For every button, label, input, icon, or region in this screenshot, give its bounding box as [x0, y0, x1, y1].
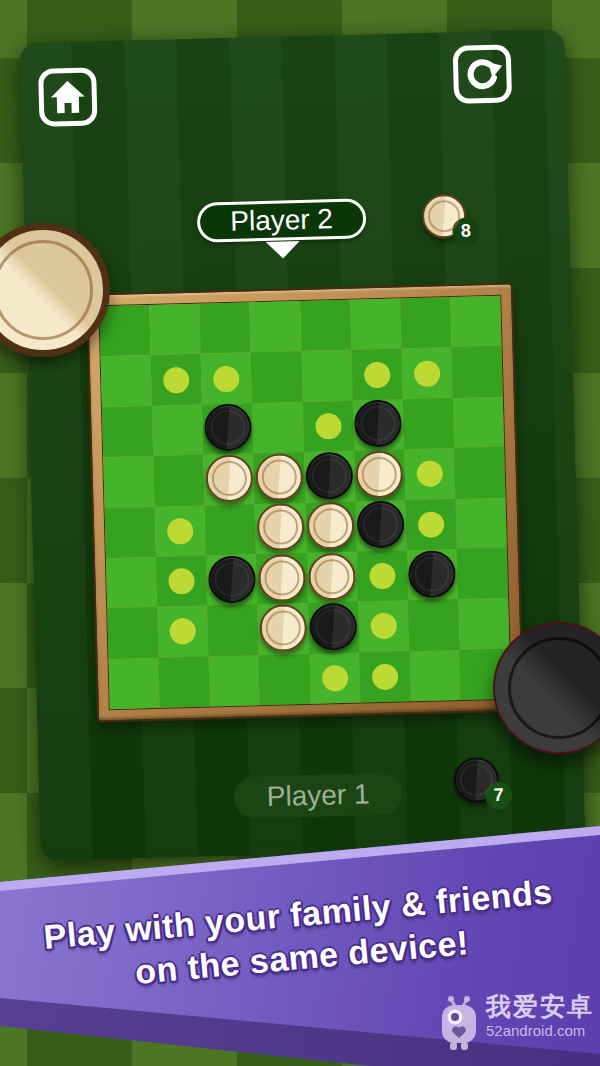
white-disc [258, 554, 306, 602]
board-cell[interactable] [101, 355, 152, 407]
white-disc [259, 604, 307, 652]
board-cell[interactable] [354, 449, 405, 501]
restart-button[interactable] [453, 44, 512, 103]
board-cell[interactable] [250, 301, 301, 353]
board-cell[interactable] [351, 349, 402, 401]
watermark: 我爱安卓 52android.com [438, 992, 594, 1052]
black-disc [354, 400, 402, 448]
board-cell[interactable] [255, 502, 306, 554]
board-cell[interactable] [356, 550, 407, 602]
white-disc [307, 502, 355, 550]
board-cell[interactable] [401, 347, 452, 399]
black-disc [208, 555, 256, 603]
black-disc [305, 452, 353, 500]
board-cell[interactable] [258, 603, 309, 655]
board-cell[interactable] [251, 351, 302, 403]
home-button[interactable] [38, 67, 97, 126]
home-icon [47, 78, 88, 117]
board-cell[interactable] [151, 354, 202, 406]
board-cell[interactable] [155, 505, 206, 557]
board-cell[interactable] [358, 601, 409, 653]
board-cell[interactable] [403, 398, 454, 450]
legal-move-dot[interactable] [213, 365, 240, 392]
board-cell[interactable] [359, 651, 410, 703]
board-cell[interactable] [300, 300, 351, 352]
board-cell[interactable] [206, 554, 257, 606]
watermark-title: 我爱安卓 [486, 992, 594, 1022]
board-cell[interactable] [305, 501, 356, 553]
board-cell[interactable] [254, 452, 305, 504]
board-cell[interactable] [458, 598, 509, 650]
legal-move-dot[interactable] [163, 367, 190, 394]
screen: { "game": "Othello / Reversi (two-player… [0, 0, 600, 1066]
legal-move-dot[interactable] [371, 663, 398, 690]
black-disc [408, 550, 456, 598]
legal-move-dot[interactable] [416, 461, 443, 488]
board-cell[interactable] [355, 500, 406, 552]
player2-score-badge: 8 [452, 217, 480, 245]
player1-score-disc: 7 [453, 757, 499, 803]
board-cell[interactable] [106, 557, 157, 609]
board-cell[interactable] [304, 451, 355, 503]
player1-score-badge: 7 [485, 782, 513, 810]
board-cell[interactable] [350, 298, 401, 350]
board-cell[interactable] [209, 655, 260, 707]
board-cell[interactable] [453, 396, 504, 448]
turn-pointer-icon [265, 241, 299, 259]
board-cell[interactable] [103, 456, 154, 508]
board-cell[interactable] [400, 297, 451, 349]
white-disc [205, 454, 253, 502]
board-cell[interactable] [107, 607, 158, 659]
board-cell[interactable] [109, 657, 160, 709]
board-cell[interactable] [259, 654, 310, 706]
legal-move-dot[interactable] [418, 511, 445, 538]
white-disc [256, 503, 304, 551]
board-cell[interactable] [306, 551, 357, 603]
board-cell[interactable] [454, 447, 505, 499]
board-cell[interactable] [200, 302, 251, 354]
board-cell[interactable] [308, 602, 359, 654]
board-grid [98, 295, 511, 710]
board-cell[interactable] [352, 399, 403, 451]
black-disc [309, 603, 357, 651]
board-cell[interactable] [457, 548, 508, 600]
legal-move-dot[interactable] [315, 413, 342, 440]
board-cell[interactable] [451, 346, 502, 398]
board-cell[interactable] [301, 350, 352, 402]
board-cell[interactable] [405, 499, 456, 551]
board-frame [86, 282, 524, 722]
player1-name: Player 1 [266, 778, 370, 813]
android-robot-mascot-icon [438, 992, 480, 1052]
white-disc [355, 450, 403, 498]
white-disc [255, 453, 303, 501]
board-cell[interactable] [408, 599, 459, 651]
legal-move-dot[interactable] [370, 613, 397, 640]
board-cell[interactable] [99, 305, 150, 357]
player2-score-disc: 8 [421, 194, 466, 239]
board-cell[interactable] [309, 652, 360, 704]
player2-name: Player 2 [230, 203, 334, 238]
board-cell[interactable] [302, 400, 353, 452]
board-cell[interactable] [450, 296, 501, 348]
board-cell[interactable] [156, 555, 207, 607]
board-cell[interactable] [455, 497, 506, 549]
white-disc [308, 552, 356, 600]
legal-move-dot[interactable] [168, 568, 195, 595]
black-disc [204, 404, 252, 452]
board-cell[interactable] [205, 504, 256, 556]
board-cell[interactable] [404, 448, 455, 500]
board-cell[interactable] [252, 402, 303, 454]
legal-move-dot[interactable] [321, 665, 348, 692]
board-cell[interactable] [207, 604, 258, 656]
board-cell[interactable] [409, 650, 460, 702]
board-cell[interactable] [105, 506, 156, 558]
board-cell[interactable] [201, 353, 252, 405]
black-disc [357, 501, 405, 549]
watermark-url: 52android.com [486, 1022, 594, 1040]
legal-move-dot[interactable] [170, 618, 197, 645]
game-panel: Player 2 8 Player 1 7 [19, 29, 585, 861]
player2-name-plate: Player 2 [197, 198, 367, 242]
board-cell[interactable] [202, 403, 253, 455]
refresh-icon [461, 53, 504, 96]
board-cell[interactable] [157, 606, 208, 658]
board-cell[interactable] [407, 549, 458, 601]
board-cell[interactable] [153, 455, 204, 507]
legal-move-dot[interactable] [414, 360, 441, 387]
legal-move-dot[interactable] [369, 563, 396, 590]
board-cell[interactable] [152, 404, 203, 456]
board-cell[interactable] [149, 304, 200, 356]
board-cell[interactable] [159, 656, 210, 708]
player1-name-plate: Player 1 [234, 773, 403, 819]
legal-move-dot[interactable] [364, 361, 391, 388]
legal-move-dot[interactable] [167, 518, 194, 545]
board-cell[interactable] [102, 406, 153, 458]
board-cell[interactable] [256, 553, 307, 605]
board-cell[interactable] [203, 453, 254, 505]
